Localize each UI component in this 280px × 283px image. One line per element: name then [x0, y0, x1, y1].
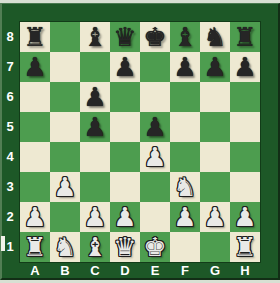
square-b3[interactable]: ♟ [50, 172, 80, 202]
white-rook-icon[interactable]: ♜ [20, 232, 50, 262]
square-b2[interactable] [50, 202, 80, 232]
file-label-a: A [20, 263, 50, 280]
square-h7[interactable]: ♟ [230, 52, 260, 82]
rank-label-7: 7 [0, 52, 20, 82]
square-h4[interactable] [230, 142, 260, 172]
file-label-h: H [230, 263, 260, 280]
square-g1[interactable] [200, 232, 230, 262]
square-g3[interactable] [200, 172, 230, 202]
square-f1[interactable] [170, 232, 200, 262]
square-e4[interactable]: ♟ [140, 142, 170, 172]
chessboard-widget: 87654321 ♜♝♛♚♝♞♜♟♟♟♟♟♟♟♟♟♟♞♟♟♟♟♟♟♜♞♝♛♚♜ … [0, 0, 280, 283]
black-pawn-icon[interactable]: ♟ [80, 82, 110, 112]
square-b8[interactable] [50, 22, 80, 52]
square-e5[interactable]: ♟ [140, 112, 170, 142]
black-pawn-icon[interactable]: ♟ [230, 52, 260, 82]
square-f6[interactable] [170, 82, 200, 112]
square-c7[interactable] [80, 52, 110, 82]
square-g6[interactable] [200, 82, 230, 112]
square-f5[interactable] [170, 112, 200, 142]
file-label-c: C [80, 263, 110, 280]
square-b7[interactable] [50, 52, 80, 82]
square-h1[interactable]: ♜ [230, 232, 260, 262]
black-rook-icon[interactable]: ♜ [20, 22, 50, 52]
square-a1[interactable]: ♜ [20, 232, 50, 262]
black-bishop-icon[interactable]: ♝ [80, 22, 110, 52]
square-d4[interactable] [110, 142, 140, 172]
square-a2[interactable]: ♟ [20, 202, 50, 232]
square-a4[interactable] [20, 142, 50, 172]
black-pawn-icon[interactable]: ♟ [20, 52, 50, 82]
square-e7[interactable] [140, 52, 170, 82]
square-a8[interactable]: ♜ [20, 22, 50, 52]
square-c8[interactable]: ♝ [80, 22, 110, 52]
square-a5[interactable] [20, 112, 50, 142]
white-knight-icon[interactable]: ♞ [50, 232, 80, 262]
square-c4[interactable] [80, 142, 110, 172]
square-h5[interactable] [230, 112, 260, 142]
square-f3[interactable]: ♞ [170, 172, 200, 202]
black-pawn-icon[interactable]: ♟ [80, 112, 110, 142]
square-c6[interactable]: ♟ [80, 82, 110, 112]
square-h2[interactable]: ♟ [230, 202, 260, 232]
square-d5[interactable] [110, 112, 140, 142]
square-g8[interactable]: ♞ [200, 22, 230, 52]
white-knight-icon[interactable]: ♞ [170, 172, 200, 202]
file-labels: ABCDEFGH [20, 263, 260, 280]
square-h3[interactable] [230, 172, 260, 202]
white-bishop-icon[interactable]: ♝ [80, 232, 110, 262]
square-a7[interactable]: ♟ [20, 52, 50, 82]
square-g7[interactable]: ♟ [200, 52, 230, 82]
black-pawn-icon[interactable]: ♟ [170, 52, 200, 82]
square-d8[interactable]: ♛ [110, 22, 140, 52]
white-pawn-icon[interactable]: ♟ [200, 202, 230, 232]
rank-label-8: 8 [0, 22, 20, 52]
black-pawn-icon[interactable]: ♟ [110, 52, 140, 82]
square-d1[interactable]: ♛ [110, 232, 140, 262]
square-a3[interactable] [20, 172, 50, 202]
file-label-f: F [170, 263, 200, 280]
white-pawn-icon[interactable]: ♟ [50, 172, 80, 202]
square-c2[interactable]: ♟ [80, 202, 110, 232]
file-label-e: E [140, 263, 170, 280]
black-knight-icon[interactable]: ♞ [200, 22, 230, 52]
square-b6[interactable] [50, 82, 80, 112]
white-pawn-icon[interactable]: ♟ [230, 202, 260, 232]
rank-label-3: 3 [0, 172, 20, 202]
white-queen-icon[interactable]: ♛ [110, 232, 140, 262]
black-king-icon[interactable]: ♚ [140, 22, 170, 52]
black-pawn-icon[interactable]: ♟ [200, 52, 230, 82]
white-pawn-icon[interactable]: ♟ [170, 202, 200, 232]
white-rook-icon[interactable]: ♜ [230, 232, 260, 262]
rank-labels: 87654321 [0, 22, 20, 262]
square-b4[interactable] [50, 142, 80, 172]
square-d3[interactable] [110, 172, 140, 202]
square-e2[interactable] [140, 202, 170, 232]
square-c3[interactable] [80, 172, 110, 202]
file-label-b: B [50, 263, 80, 280]
square-h6[interactable] [230, 82, 260, 112]
white-pawn-icon[interactable]: ♟ [110, 202, 140, 232]
black-queen-icon[interactable]: ♛ [110, 22, 140, 52]
white-pawn-icon[interactable]: ♟ [80, 202, 110, 232]
square-f8[interactable]: ♝ [170, 22, 200, 52]
black-pawn-icon[interactable]: ♟ [140, 112, 170, 142]
square-f4[interactable] [170, 142, 200, 172]
black-bishop-icon[interactable]: ♝ [170, 22, 200, 52]
file-label-g: G [200, 263, 230, 280]
square-a6[interactable] [20, 82, 50, 112]
square-e3[interactable] [140, 172, 170, 202]
square-e1[interactable]: ♚ [140, 232, 170, 262]
file-label-d: D [110, 263, 140, 280]
square-c1[interactable]: ♝ [80, 232, 110, 262]
board: ♜♝♛♚♝♞♜♟♟♟♟♟♟♟♟♟♟♞♟♟♟♟♟♟♜♞♝♛♚♜ [20, 22, 260, 262]
square-e8[interactable]: ♚ [140, 22, 170, 52]
rank-label-2: 2 [0, 202, 20, 232]
square-g2[interactable]: ♟ [200, 202, 230, 232]
square-e6[interactable] [140, 82, 170, 112]
square-h8[interactable]: ♜ [230, 22, 260, 52]
square-g5[interactable] [200, 112, 230, 142]
square-d7[interactable]: ♟ [110, 52, 140, 82]
white-pawn-icon[interactable]: ♟ [140, 142, 170, 172]
rank-label-6: 6 [0, 82, 20, 112]
square-d6[interactable] [110, 82, 140, 112]
square-f2[interactable]: ♟ [170, 202, 200, 232]
white-king-icon[interactable]: ♚ [140, 232, 170, 262]
square-c5[interactable]: ♟ [80, 112, 110, 142]
screen-artifact [1, 236, 5, 251]
black-rook-icon[interactable]: ♜ [230, 22, 260, 52]
square-b5[interactable] [50, 112, 80, 142]
rank-label-5: 5 [0, 112, 20, 142]
white-pawn-icon[interactable]: ♟ [20, 202, 50, 232]
square-d2[interactable]: ♟ [110, 202, 140, 232]
square-b1[interactable]: ♞ [50, 232, 80, 262]
square-f7[interactable]: ♟ [170, 52, 200, 82]
rank-label-4: 4 [0, 142, 20, 172]
square-g4[interactable] [200, 142, 230, 172]
